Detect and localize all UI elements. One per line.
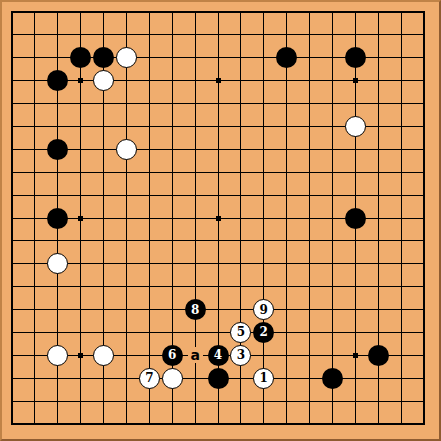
grid-line-horizontal bbox=[11, 240, 425, 241]
grid-line-horizontal bbox=[11, 286, 425, 287]
black-stone-K3 bbox=[208, 368, 229, 389]
black-stone-R4 bbox=[368, 345, 389, 366]
black-stone-C16 bbox=[47, 70, 68, 91]
move-2-black-stone-M5: 2 bbox=[253, 322, 274, 343]
star-point bbox=[216, 78, 221, 83]
move-6-black-stone-H4: 6 bbox=[162, 345, 183, 366]
grid-line-horizontal bbox=[11, 309, 425, 310]
star-point bbox=[216, 216, 221, 221]
black-stone-C13 bbox=[47, 139, 68, 160]
move-3-white-stone-L4: 3 bbox=[230, 345, 251, 366]
black-stone-C10 bbox=[47, 208, 68, 229]
black-stone-Q10 bbox=[345, 208, 366, 229]
white-stone-Q14 bbox=[345, 116, 366, 137]
grid-line-horizontal bbox=[11, 423, 425, 425]
move-9-white-stone-M6: 9 bbox=[253, 299, 274, 320]
star-point bbox=[78, 353, 83, 358]
grid-line-vertical bbox=[401, 11, 402, 425]
white-stone-C8 bbox=[47, 253, 68, 274]
grid-line-horizontal bbox=[11, 401, 425, 402]
star-point bbox=[353, 78, 358, 83]
white-stone-E16 bbox=[93, 70, 114, 91]
white-stone-H3 bbox=[162, 368, 183, 389]
grid-line-vertical bbox=[423, 11, 425, 425]
white-stone-C4 bbox=[47, 345, 68, 366]
grid-line-horizontal bbox=[11, 263, 425, 264]
black-stone-P3 bbox=[322, 368, 343, 389]
white-stone-E4 bbox=[93, 345, 114, 366]
black-stone-E17 bbox=[93, 47, 114, 68]
grid-line-vertical bbox=[309, 11, 310, 425]
black-stone-D17 bbox=[70, 47, 91, 68]
grid-line-horizontal bbox=[11, 332, 425, 333]
go-board: 895264371a bbox=[0, 0, 441, 441]
star-point bbox=[78, 78, 83, 83]
label-a-J4: a bbox=[188, 347, 203, 363]
move-8-black-stone-J6: 8 bbox=[185, 299, 206, 320]
move-4-black-stone-K4: 4 bbox=[208, 345, 229, 366]
go-board-grid: 895264371a bbox=[12, 12, 424, 424]
grid-line-vertical bbox=[332, 11, 333, 425]
move-1-white-stone-M3: 1 bbox=[253, 368, 274, 389]
white-stone-F13 bbox=[116, 139, 137, 160]
grid-line-vertical bbox=[263, 11, 264, 425]
move-7-white-stone-G3: 7 bbox=[139, 368, 160, 389]
black-stone-N17 bbox=[276, 47, 297, 68]
star-point bbox=[78, 216, 83, 221]
star-point bbox=[353, 353, 358, 358]
black-stone-Q17 bbox=[345, 47, 366, 68]
white-stone-F17 bbox=[116, 47, 137, 68]
grid-line-vertical bbox=[286, 11, 287, 425]
move-5-white-stone-L5: 5 bbox=[230, 322, 251, 343]
